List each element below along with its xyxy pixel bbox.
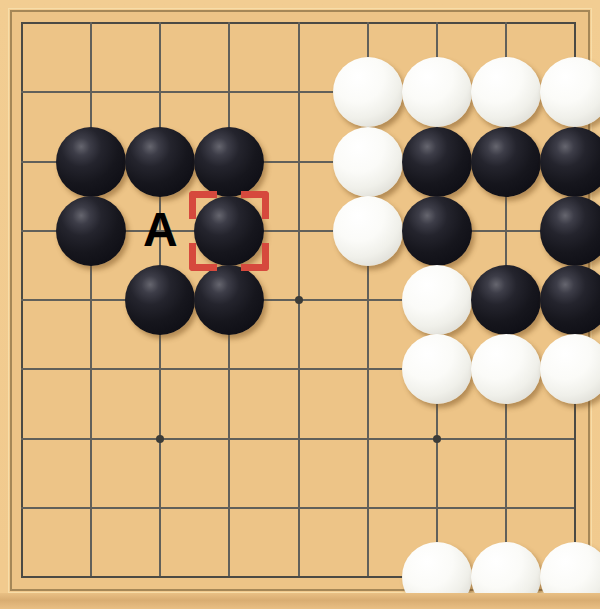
- bracket-corner-br: [241, 243, 269, 271]
- bracket-corner-bl: [189, 243, 217, 271]
- annotations: A: [0, 0, 600, 609]
- go-board[interactable]: A: [0, 0, 600, 609]
- board-bottom-edge: [0, 593, 600, 609]
- marked-stone-brackets: [189, 191, 269, 271]
- point-label-A[interactable]: A: [143, 206, 178, 254]
- bracket-corner-tr: [241, 191, 269, 219]
- bracket-corner-tl: [189, 191, 217, 219]
